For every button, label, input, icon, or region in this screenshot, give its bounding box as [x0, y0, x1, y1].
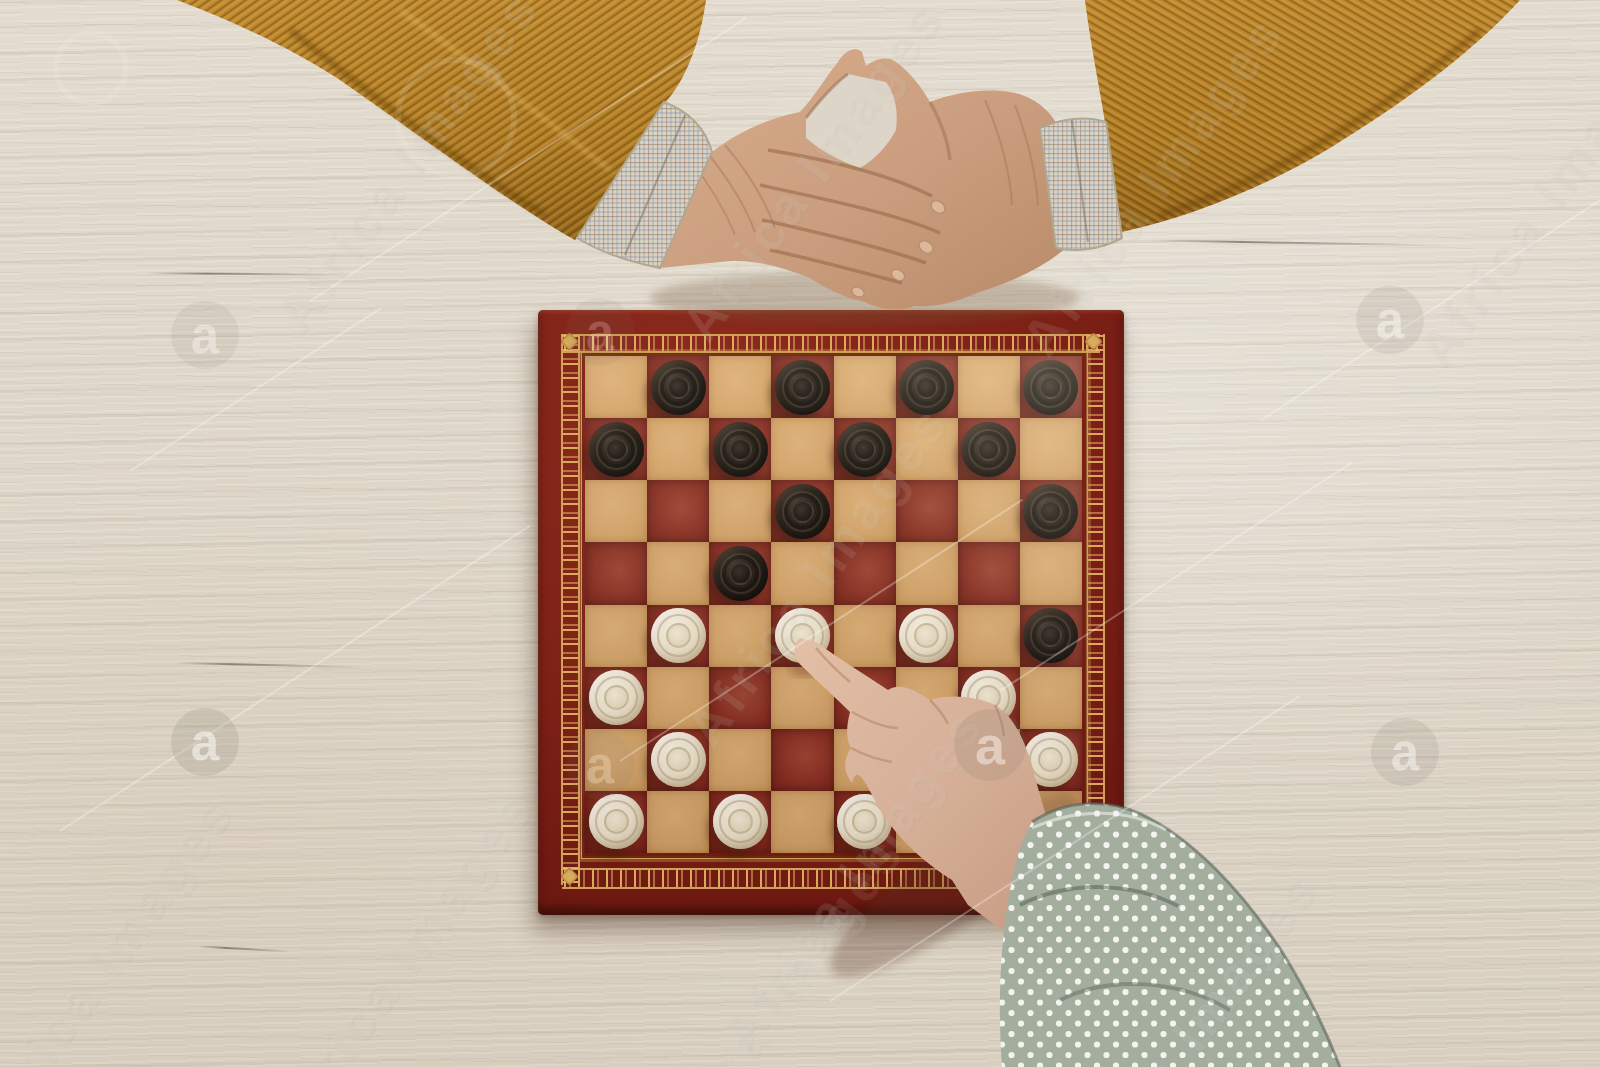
square-r7c4[interactable]	[834, 791, 896, 853]
white-checker-r4c5[interactable]	[899, 608, 954, 663]
white-checker-r7c2[interactable]	[713, 794, 768, 849]
square-r0c6[interactable]	[958, 356, 1020, 418]
black-checker-r2c3[interactable]	[775, 484, 830, 539]
square-r5c4[interactable]	[834, 667, 896, 729]
square-r0c5[interactable]	[896, 356, 958, 418]
square-r1c3[interactable]	[771, 418, 833, 480]
square-r5c1[interactable]	[647, 667, 709, 729]
square-r7c0[interactable]	[585, 791, 647, 853]
black-checker-r0c5[interactable]	[899, 360, 954, 415]
square-r4c3[interactable]	[771, 605, 833, 667]
white-checker-r7c4[interactable]	[837, 794, 892, 849]
square-r2c0[interactable]	[585, 480, 647, 542]
black-checker-r2c7[interactable]	[1023, 484, 1078, 539]
black-checker-r3c2[interactable]	[713, 546, 768, 601]
square-r0c7[interactable]	[1020, 356, 1082, 418]
square-r0c3[interactable]	[771, 356, 833, 418]
white-checker-r5c6[interactable]	[961, 670, 1016, 725]
square-r7c5[interactable]	[896, 791, 958, 853]
square-r2c3[interactable]	[771, 480, 833, 542]
square-r3c0[interactable]	[585, 542, 647, 604]
square-r1c5[interactable]	[896, 418, 958, 480]
square-r6c4[interactable]	[834, 729, 896, 791]
square-r1c2[interactable]	[709, 418, 771, 480]
square-r3c1[interactable]	[647, 542, 709, 604]
square-r6c6[interactable]	[958, 729, 1020, 791]
square-r0c1[interactable]	[647, 356, 709, 418]
square-r6c7[interactable]	[1020, 729, 1082, 791]
white-checker-r4c1[interactable]	[651, 608, 706, 663]
square-r4c2[interactable]	[709, 605, 771, 667]
square-r4c4[interactable]	[834, 605, 896, 667]
square-r6c5[interactable]	[896, 729, 958, 791]
square-r4c0[interactable]	[585, 605, 647, 667]
square-r7c2[interactable]	[709, 791, 771, 853]
square-r7c3[interactable]	[771, 791, 833, 853]
scene: Africa ImagesAfrica ImagesAfrica ImagesA…	[0, 0, 1600, 1067]
square-r5c2[interactable]	[709, 667, 771, 729]
gold-ornament-band-left	[561, 334, 580, 885]
black-checker-r1c4[interactable]	[837, 422, 892, 477]
square-r1c6[interactable]	[958, 418, 1020, 480]
square-r2c7[interactable]	[1020, 480, 1082, 542]
gold-ornament-band-bottom	[562, 868, 1100, 889]
square-r2c4[interactable]	[834, 480, 896, 542]
square-r3c4[interactable]	[834, 542, 896, 604]
black-checker-r4c7[interactable]	[1023, 608, 1078, 663]
square-r4c7[interactable]	[1020, 605, 1082, 667]
square-r6c0[interactable]	[585, 729, 647, 791]
square-r6c3[interactable]	[771, 729, 833, 791]
square-r4c6[interactable]	[958, 605, 1020, 667]
square-r1c0[interactable]	[585, 418, 647, 480]
square-r3c2[interactable]	[709, 542, 771, 604]
gold-ornament-band-top	[562, 334, 1100, 353]
square-r2c2[interactable]	[709, 480, 771, 542]
white-checker-r6c7[interactable]	[1023, 732, 1078, 787]
square-r3c3[interactable]	[771, 542, 833, 604]
black-checker-r1c0[interactable]	[589, 422, 644, 477]
square-r5c0[interactable]	[585, 667, 647, 729]
square-r3c5[interactable]	[896, 542, 958, 604]
playing-field	[581, 352, 1088, 859]
black-checker-r1c6[interactable]	[961, 422, 1016, 477]
white-checker-r6c1[interactable]	[651, 732, 706, 787]
square-r3c7[interactable]	[1020, 542, 1082, 604]
square-r0c4[interactable]	[834, 356, 896, 418]
black-checker-r0c7[interactable]	[1023, 360, 1078, 415]
square-r7c1[interactable]	[647, 791, 709, 853]
square-r7c6[interactable]	[958, 791, 1020, 853]
gold-ornament-band-right	[1086, 334, 1105, 885]
square-r4c1[interactable]	[647, 605, 709, 667]
square-r5c3[interactable]	[771, 667, 833, 729]
board-grid	[585, 356, 1082, 853]
square-r4c5[interactable]	[896, 605, 958, 667]
square-r0c0[interactable]	[585, 356, 647, 418]
square-r5c7[interactable]	[1020, 667, 1082, 729]
checkers-board	[538, 310, 1124, 915]
square-r1c7[interactable]	[1020, 418, 1082, 480]
square-r6c2[interactable]	[709, 729, 771, 791]
square-r1c4[interactable]	[834, 418, 896, 480]
square-r6c1[interactable]	[647, 729, 709, 791]
black-checker-r1c2[interactable]	[713, 422, 768, 477]
square-r1c1[interactable]	[647, 418, 709, 480]
square-r7c7[interactable]	[1020, 791, 1082, 853]
square-r2c1[interactable]	[647, 480, 709, 542]
square-r3c6[interactable]	[958, 542, 1020, 604]
square-r5c6[interactable]	[958, 667, 1020, 729]
square-r0c2[interactable]	[709, 356, 771, 418]
square-r2c6[interactable]	[958, 480, 1020, 542]
white-checker-r7c0[interactable]	[589, 794, 644, 849]
square-r2c5[interactable]	[896, 480, 958, 542]
white-checker-r5c0[interactable]	[589, 670, 644, 725]
square-r5c5[interactable]	[896, 667, 958, 729]
white-checker-r4c3[interactable]	[775, 608, 830, 663]
black-checker-r0c1[interactable]	[651, 360, 706, 415]
black-checker-r0c3[interactable]	[775, 360, 830, 415]
